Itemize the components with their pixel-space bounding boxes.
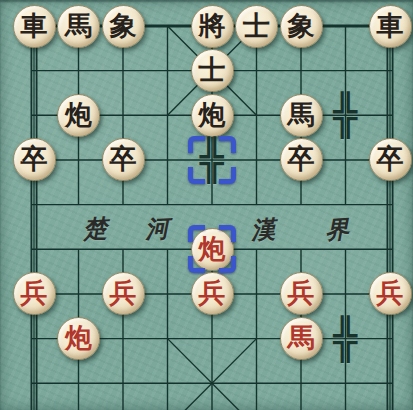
piece-glyph: 馬 (288, 101, 315, 128)
piece-black-soldier[interactable]: 卒 (13, 138, 56, 181)
piece-red-soldier[interactable]: 兵 (13, 272, 56, 315)
piece-glyph: 兵 (377, 279, 404, 306)
piece-glyph: 將 (199, 12, 226, 39)
piece-glyph: 象 (110, 12, 137, 39)
piece-glyph: 兵 (288, 279, 315, 306)
piece-red-soldier[interactable]: 兵 (280, 272, 323, 315)
piece-black-soldier[interactable]: 卒 (280, 138, 323, 181)
piece-red-soldier[interactable]: 兵 (369, 272, 412, 315)
piece-glyph: 兵 (199, 279, 226, 306)
piece-glyph: 士 (199, 56, 226, 83)
piece-black-elephant[interactable]: 象 (102, 5, 145, 48)
piece-red-soldier[interactable]: 兵 (102, 272, 145, 315)
piece-red-soldier[interactable]: 兵 (191, 272, 234, 315)
piece-black-advisor[interactable]: 士 (191, 49, 234, 92)
piece-glyph: 車 (377, 12, 404, 39)
piece-glyph: 兵 (110, 279, 137, 306)
piece-black-soldier[interactable]: 卒 (369, 138, 412, 181)
piece-red-horse[interactable]: 馬 (280, 317, 323, 360)
piece-glyph: 卒 (288, 145, 315, 172)
piece-glyph: 卒 (377, 145, 404, 172)
piece-glyph: 炮 (199, 101, 226, 128)
piece-red-cannon[interactable]: 炮 (57, 317, 100, 360)
piece-glyph: 炮 (65, 101, 92, 128)
piece-glyph: 車 (21, 12, 48, 39)
piece-black-horse[interactable]: 馬 (280, 94, 323, 137)
piece-black-chariot[interactable]: 車 (369, 5, 412, 48)
piece-glyph: 卒 (21, 145, 48, 172)
piece-black-advisor[interactable]: 士 (235, 5, 278, 48)
piece-glyph: 炮 (65, 324, 92, 351)
piece-glyph: 士 (243, 12, 270, 39)
piece-glyph: 卒 (110, 145, 137, 172)
piece-red-cannon[interactable]: 炮 (191, 228, 234, 271)
piece-glyph: 馬 (288, 324, 315, 351)
piece-glyph: 馬 (65, 12, 92, 39)
piece-black-cannon[interactable]: 炮 (57, 94, 100, 137)
piece-glyph: 象 (288, 12, 315, 39)
piece-black-horse[interactable]: 馬 (57, 5, 100, 48)
piece-black-general[interactable]: 將 (191, 5, 234, 48)
xiangqi-board[interactable]: 車馬象將士象車士炮炮馬卒卒卒卒炮兵兵兵兵兵炮馬╬╬╬楚河漢界 (0, 0, 413, 410)
piece-glyph: 炮 (199, 235, 226, 262)
piece-glyph: 兵 (21, 279, 48, 306)
piece-black-elephant[interactable]: 象 (280, 5, 323, 48)
piece-black-soldier[interactable]: 卒 (102, 138, 145, 181)
piece-black-cannon[interactable]: 炮 (191, 94, 234, 137)
piece-black-chariot[interactable]: 車 (13, 5, 56, 48)
